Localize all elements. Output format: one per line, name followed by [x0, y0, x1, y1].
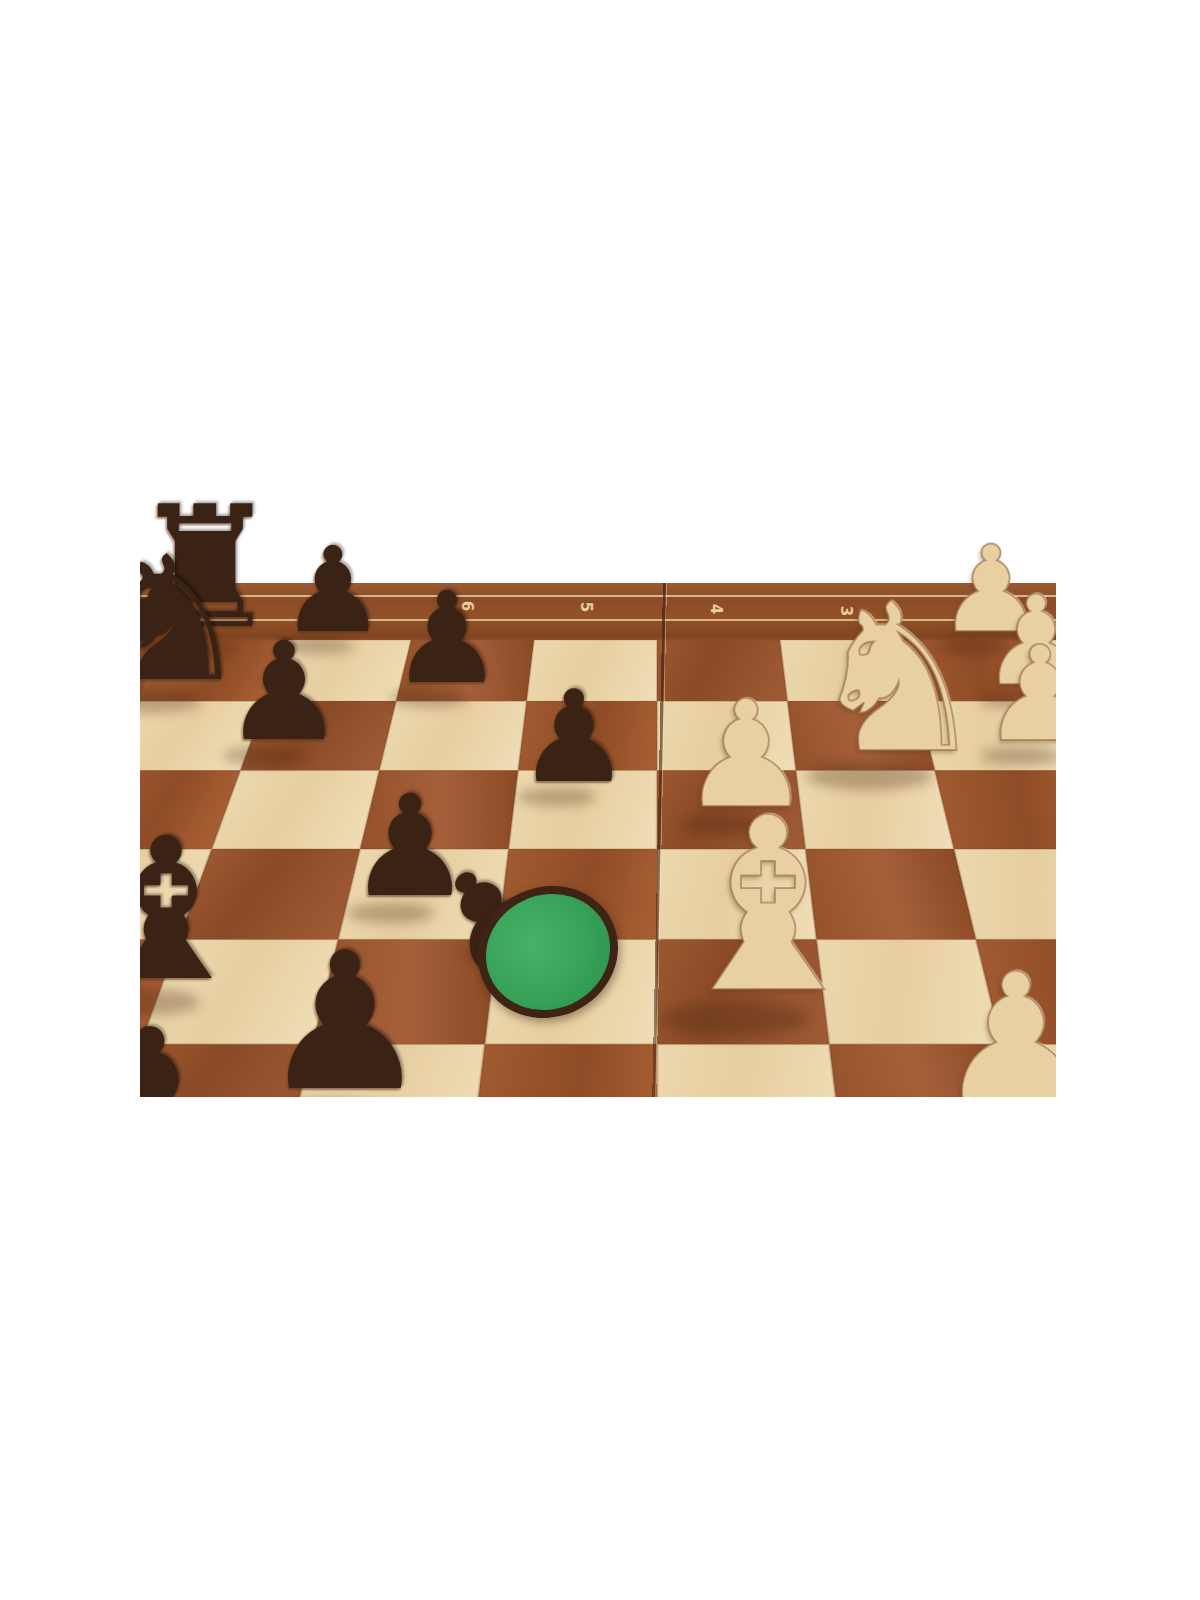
square-c5[interactable] — [470, 1044, 657, 1097]
dark-pawn-g6[interactable]: ♟ — [391, 576, 504, 702]
light-knight-f3[interactable]: ♞ — [806, 577, 990, 782]
coordinate-digit-5: 5 — [577, 602, 595, 612]
dark-pawn-b8[interactable]: ♟ — [140, 1005, 233, 1097]
square-c4[interactable] — [657, 1044, 844, 1097]
dark-pawn-b7[interactable]: ♟ — [260, 928, 430, 1097]
dark-bishop-c8[interactable]: ♝ — [140, 812, 254, 1008]
light-pawn-c2[interactable]: ♟ — [935, 950, 1056, 1097]
dark-pawn-g7[interactable]: ♟ — [223, 624, 345, 760]
coordinate-digit-4: 4 — [707, 604, 725, 614]
dark-pawn-e5[interactable]: ♟ — [517, 674, 631, 801]
chess-board-photo: 6543 ♜♞♟♟♟♟♟♝♟♟♟♟♞♝♟♟♟♟ — [140, 478, 1056, 1097]
page: 6543 ♜♞♟♟♟♟♟♝♟♟♟♟♞♝♟♟♟♟ — [0, 0, 1200, 1600]
light-bishop-c4[interactable]: ♝ — [660, 786, 875, 1026]
light-pawn-g1[interactable]: ♟ — [981, 628, 1056, 760]
